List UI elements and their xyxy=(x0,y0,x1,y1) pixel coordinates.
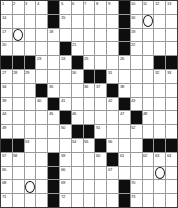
clue-number: 28 xyxy=(13,70,17,74)
cell-r4c15[interactable] xyxy=(166,42,177,55)
cell-r10c11[interactable] xyxy=(119,125,130,138)
cell-r4c5[interactable] xyxy=(48,42,59,55)
clue-number: 15 xyxy=(61,15,65,19)
cell-r8c12[interactable]: 43 xyxy=(131,98,142,111)
clue-number: 51 xyxy=(96,125,100,129)
cell-r12c11[interactable]: 61 xyxy=(119,153,130,166)
cell-r11c5[interactable] xyxy=(48,139,59,152)
clue-number: 47 xyxy=(120,111,124,115)
cell-r4c3[interactable] xyxy=(25,42,36,55)
black-cell-r15c11 xyxy=(119,194,130,207)
cell-r9c8[interactable] xyxy=(84,111,95,124)
cell-r14c4[interactable] xyxy=(36,180,47,193)
clue-number: 59 xyxy=(61,153,65,157)
cell-r15c9[interactable] xyxy=(95,194,106,207)
cell-r3c2[interactable] xyxy=(13,29,24,42)
black-cell-r8c5 xyxy=(48,98,59,111)
clue-number: 33 xyxy=(167,70,171,74)
cell-r6c5[interactable] xyxy=(48,70,59,83)
clue-number: 67 xyxy=(108,167,112,171)
cell-r11c11[interactable] xyxy=(119,139,130,152)
clue-number: 50 xyxy=(61,125,65,129)
cell-r9c9[interactable] xyxy=(95,111,106,124)
clue-number: 2 xyxy=(13,1,15,5)
black-cell-r10c7 xyxy=(72,125,83,138)
clue-number: 39 xyxy=(2,98,6,102)
cell-r1c1[interactable]: 1 xyxy=(1,1,12,14)
cell-r13c2[interactable] xyxy=(13,167,24,180)
cell-r3c5[interactable]: 18 xyxy=(48,29,59,42)
cell-r14c3[interactable] xyxy=(25,180,36,193)
black-cell-r15c5 xyxy=(48,194,59,207)
clue-number: 43 xyxy=(131,98,135,102)
cell-r14c9[interactable] xyxy=(95,180,106,193)
cell-r13c1[interactable]: 65 xyxy=(1,167,12,180)
cell-r1c7[interactable]: 6 xyxy=(72,1,83,14)
black-cell-r6c9 xyxy=(95,70,106,83)
cell-r2c9[interactable] xyxy=(95,15,106,28)
clue-number: 63 xyxy=(155,153,159,157)
cell-r7c3[interactable] xyxy=(25,84,36,97)
cell-r2c12[interactable]: 16 xyxy=(131,15,142,28)
cell-r12c9[interactable]: 60 xyxy=(95,153,106,166)
clue-number: 34 xyxy=(2,84,6,88)
cell-r3c15[interactable] xyxy=(166,29,177,42)
cell-r11c8[interactable]: 55 xyxy=(84,139,95,152)
clue-number: 69 xyxy=(61,180,65,184)
cell-r15c10[interactable] xyxy=(107,194,118,207)
clue-number: 22 xyxy=(131,42,135,46)
clue-number: 1 xyxy=(2,1,4,5)
black-cell-r11c2 xyxy=(13,139,24,152)
clue-number: 20 xyxy=(2,42,6,46)
clue-number: 57 xyxy=(2,153,6,157)
cell-r14c14[interactable] xyxy=(154,180,165,193)
cell-r14c13[interactable] xyxy=(143,180,154,193)
cell-r3c1[interactable]: 17 xyxy=(1,29,12,42)
clue-number: 31 xyxy=(108,70,112,74)
black-cell-r1c11 xyxy=(119,1,130,14)
cell-r7c5[interactable]: 35 xyxy=(48,84,59,97)
cell-r3c9[interactable] xyxy=(95,29,106,42)
cell-r6c11[interactable] xyxy=(119,70,130,83)
cell-r10c2[interactable] xyxy=(13,125,24,138)
cell-r4c13[interactable] xyxy=(143,42,154,55)
cell-r4c10[interactable] xyxy=(107,42,118,55)
circle-marker xyxy=(143,15,153,27)
clue-number: 32 xyxy=(155,70,159,74)
cell-r7c6[interactable] xyxy=(60,84,71,97)
cell-r15c13[interactable] xyxy=(143,194,154,207)
cell-r4c4[interactable] xyxy=(36,42,47,55)
clue-number: 58 xyxy=(13,153,17,157)
clue-number: 46 xyxy=(72,111,76,115)
clue-number: 48 xyxy=(143,111,147,115)
cell-r11c12[interactable] xyxy=(131,139,142,152)
cell-r6c3[interactable]: 29 xyxy=(25,70,36,83)
black-cell-r12c5 xyxy=(48,153,59,166)
cell-r2c3[interactable] xyxy=(25,15,36,28)
cell-r15c3[interactable] xyxy=(25,194,36,207)
cell-r13c10[interactable]: 67 xyxy=(107,167,118,180)
black-cell-r11c9 xyxy=(95,139,106,152)
cell-r15c12[interactable]: 73 xyxy=(131,194,142,207)
cell-r4c14[interactable] xyxy=(154,42,165,55)
clue-number: 37 xyxy=(96,84,100,88)
cell-r1c13[interactable]: 11 xyxy=(143,1,154,14)
cell-r5c8[interactable]: 25 xyxy=(84,56,95,69)
clue-number: 19 xyxy=(131,29,135,33)
cell-r6c14[interactable]: 32 xyxy=(154,70,165,83)
black-cell-r9c12 xyxy=(131,111,142,124)
cell-r2c2[interactable] xyxy=(13,15,24,28)
cell-r15c14[interactable] xyxy=(154,194,165,207)
black-cell-r5c7 xyxy=(72,56,83,69)
cell-r8c1[interactable]: 39 xyxy=(1,98,12,111)
cell-r9c4[interactable] xyxy=(36,111,47,124)
cell-r10c6[interactable]: 50 xyxy=(60,125,71,138)
clue-number: 38 xyxy=(120,84,124,88)
cell-r12c8[interactable] xyxy=(84,153,95,166)
cell-r9c2[interactable] xyxy=(13,111,24,124)
cell-r13c15[interactable] xyxy=(166,167,177,180)
circle-marker xyxy=(155,167,165,179)
cell-r2c7[interactable] xyxy=(72,15,83,28)
cell-r9c1[interactable]: 44 xyxy=(1,111,12,124)
cell-r5c4[interactable]: 23 xyxy=(36,56,47,69)
clue-number: 53 xyxy=(25,139,29,143)
cell-r2c10[interactable] xyxy=(107,15,118,28)
cell-r4c7[interactable]: 21 xyxy=(72,42,83,55)
clue-number: 10 xyxy=(131,1,135,5)
cell-r2c8[interactable] xyxy=(84,15,95,28)
cell-r3c10[interactable] xyxy=(107,29,118,42)
cell-r1c2[interactable]: 2 xyxy=(13,1,24,14)
crossword-puzzle: 1234567891011121314151617181920212223242… xyxy=(0,0,178,208)
cell-r12c2[interactable]: 58 xyxy=(13,153,24,166)
clue-number: 35 xyxy=(49,84,53,88)
cell-r13c6[interactable]: 66 xyxy=(60,167,71,180)
cell-r4c9[interactable] xyxy=(95,42,106,55)
cell-r2c15[interactable] xyxy=(166,15,177,28)
cell-r5c11[interactable]: 26 xyxy=(119,56,130,69)
clue-number: 29 xyxy=(25,70,29,74)
cell-r7c15[interactable] xyxy=(166,84,177,97)
cell-r6c15[interactable]: 33 xyxy=(166,70,177,83)
cell-r10c13[interactable] xyxy=(143,125,154,138)
cell-r9c10[interactable] xyxy=(107,111,118,124)
cell-r5c5[interactable] xyxy=(48,56,59,69)
cell-r6c4[interactable] xyxy=(36,70,47,83)
cell-r10c1[interactable]: 49 xyxy=(1,125,12,138)
cell-r1c8[interactable]: 7 xyxy=(84,1,95,14)
cell-r15c1[interactable]: 71 xyxy=(1,194,12,207)
cell-r7c2[interactable] xyxy=(13,84,24,97)
cell-r2c4[interactable] xyxy=(36,15,47,28)
cell-r7c7[interactable] xyxy=(72,84,83,97)
clue-number: 3 xyxy=(25,1,27,5)
clue-number: 52 xyxy=(131,125,135,129)
clue-number: 7 xyxy=(84,1,86,5)
clue-number: 66 xyxy=(61,167,65,171)
clue-number: 68 xyxy=(2,180,6,184)
clue-number: 11 xyxy=(143,1,147,5)
cell-r13c14[interactable] xyxy=(154,167,165,180)
cell-r14c12[interactable]: 70 xyxy=(131,180,142,193)
cell-r15c2[interactable] xyxy=(13,194,24,207)
clue-number: 36 xyxy=(84,84,88,88)
black-cell-r4c11 xyxy=(119,42,130,55)
clue-number: 70 xyxy=(131,180,135,184)
black-cell-r1c5 xyxy=(48,1,59,14)
cell-r14c2[interactable] xyxy=(13,180,24,193)
cell-r12c1[interactable]: 57 xyxy=(1,153,12,166)
cell-r1c6[interactable]: 5 xyxy=(60,1,71,14)
clue-number: 55 xyxy=(84,139,88,143)
cell-r1c14[interactable]: 12 xyxy=(154,1,165,14)
cell-r6c2[interactable]: 28 xyxy=(13,70,24,83)
cell-r1c15[interactable]: 13 xyxy=(166,1,177,14)
cell-r13c13[interactable] xyxy=(143,167,154,180)
cell-r12c13[interactable]: 62 xyxy=(143,153,154,166)
clue-number: 26 xyxy=(120,56,124,60)
cell-r15c8[interactable] xyxy=(84,194,95,207)
clue-number: 17 xyxy=(2,29,6,33)
cell-r15c6[interactable]: 72 xyxy=(60,194,71,207)
cell-r5c6[interactable]: 24 xyxy=(60,56,71,69)
clue-number: 9 xyxy=(108,1,110,5)
cell-r14c10[interactable] xyxy=(107,180,118,193)
clue-number: 24 xyxy=(61,56,65,60)
clue-number: 54 xyxy=(72,139,76,143)
cell-r12c4[interactable] xyxy=(36,153,47,166)
cell-r10c3[interactable] xyxy=(25,125,36,138)
clue-number: 23 xyxy=(37,56,41,60)
cell-r14c8[interactable] xyxy=(84,180,95,193)
cell-r10c9[interactable]: 51 xyxy=(95,125,106,138)
clue-number: 12 xyxy=(155,1,159,5)
clue-number: 27 xyxy=(2,70,6,74)
cell-r5c10[interactable] xyxy=(107,56,118,69)
cell-r5c13[interactable] xyxy=(143,56,154,69)
cell-r10c12[interactable]: 52 xyxy=(131,125,142,138)
cell-r14c1[interactable]: 68 xyxy=(1,180,12,193)
clue-number: 14 xyxy=(2,15,6,19)
cell-r6c12[interactable] xyxy=(131,70,142,83)
cell-r11c7[interactable]: 54 xyxy=(72,139,83,152)
cell-r7c1[interactable]: 34 xyxy=(1,84,12,97)
cell-r12c6[interactable]: 59 xyxy=(60,153,71,166)
cell-r2c13[interactable] xyxy=(143,15,154,28)
cell-r10c4[interactable] xyxy=(36,125,47,138)
circle-marker xyxy=(25,181,35,193)
black-cell-r2c5 xyxy=(48,15,59,28)
cell-r15c15[interactable] xyxy=(166,194,177,207)
clue-number: 41 xyxy=(61,98,65,102)
cell-r12c3[interactable] xyxy=(25,153,36,166)
clue-number: 60 xyxy=(96,153,100,157)
cell-r7c14[interactable] xyxy=(154,84,165,97)
crossword-grid: 1234567891011121314151617181920212223242… xyxy=(0,0,178,208)
cell-r7c11[interactable]: 38 xyxy=(119,84,130,97)
cell-r12c12[interactable] xyxy=(131,153,142,166)
cell-r8c8[interactable] xyxy=(84,98,95,111)
cell-r3c14[interactable] xyxy=(154,29,165,42)
clue-number: 65 xyxy=(2,167,6,171)
clue-number: 6 xyxy=(72,1,74,5)
cell-r14c15[interactable] xyxy=(166,180,177,193)
cell-r4c12[interactable]: 22 xyxy=(131,42,142,55)
cell-r2c1[interactable]: 14 xyxy=(1,15,12,28)
cell-r3c7[interactable] xyxy=(72,29,83,42)
cell-r9c11[interactable]: 47 xyxy=(119,111,130,124)
cell-r8c3[interactable] xyxy=(25,98,36,111)
cell-r2c14[interactable] xyxy=(154,15,165,28)
cell-r6c10[interactable]: 31 xyxy=(107,70,118,83)
cell-r12c15[interactable]: 64 xyxy=(166,153,177,166)
cell-r13c8[interactable] xyxy=(84,167,95,180)
cell-r11c3[interactable]: 53 xyxy=(25,139,36,152)
cell-r2c6[interactable]: 15 xyxy=(60,15,71,28)
cell-r13c11[interactable] xyxy=(119,167,130,180)
cell-r4c8[interactable] xyxy=(84,42,95,55)
cell-r13c4[interactable] xyxy=(36,167,47,180)
black-cell-r7c4 xyxy=(36,84,47,97)
cell-r3c3[interactable] xyxy=(25,29,36,42)
cell-r3c6[interactable] xyxy=(60,29,71,42)
clue-number: 8 xyxy=(96,1,98,5)
cell-r8c10[interactable]: 42 xyxy=(107,98,118,111)
cell-r10c14[interactable] xyxy=(154,125,165,138)
cell-r8c4[interactable]: 40 xyxy=(36,98,47,111)
clue-number: 62 xyxy=(143,153,147,157)
cell-r13c12[interactable] xyxy=(131,167,142,180)
black-cell-r10c8 xyxy=(84,125,95,138)
cell-r5c12[interactable] xyxy=(131,56,142,69)
cell-r1c9[interactable]: 8 xyxy=(95,1,106,14)
cell-r3c8[interactable] xyxy=(84,29,95,42)
cell-r3c4[interactable] xyxy=(36,29,47,42)
cell-r10c10[interactable] xyxy=(107,125,118,138)
cell-r6c13[interactable] xyxy=(143,70,154,83)
cell-r13c9[interactable] xyxy=(95,167,106,180)
black-cell-r4c6 xyxy=(60,42,71,55)
black-cell-r6c8 xyxy=(84,70,95,83)
cell-r3c12[interactable]: 19 xyxy=(131,29,142,42)
cell-r4c1[interactable]: 20 xyxy=(1,42,12,55)
clue-number: 71 xyxy=(2,194,6,198)
black-cell-r11c14 xyxy=(154,139,165,152)
clue-number: 73 xyxy=(131,194,135,198)
cell-r9c7[interactable]: 46 xyxy=(72,111,83,124)
black-cell-r9c6 xyxy=(60,111,71,124)
black-cell-r2c11 xyxy=(119,15,130,28)
black-cell-r14c11 xyxy=(119,180,130,193)
black-cell-r5c14 xyxy=(154,56,165,69)
cell-r12c14[interactable]: 63 xyxy=(154,153,165,166)
cell-r9c3[interactable] xyxy=(25,111,36,124)
cell-r9c13[interactable]: 48 xyxy=(143,111,154,124)
clue-number: 42 xyxy=(108,98,112,102)
black-cell-r5c1 xyxy=(1,56,12,69)
cell-r8c14[interactable] xyxy=(154,98,165,111)
cell-r8c7[interactable] xyxy=(72,98,83,111)
cell-r11c6[interactable] xyxy=(60,139,71,152)
cell-r9c14[interactable] xyxy=(154,111,165,124)
cell-r3c13[interactable] xyxy=(143,29,154,42)
cell-r1c3[interactable]: 3 xyxy=(25,1,36,14)
cell-r15c4[interactable] xyxy=(36,194,47,207)
cell-r6c6[interactable] xyxy=(60,70,71,83)
cell-r8c2[interactable] xyxy=(13,98,24,111)
circle-marker xyxy=(13,29,23,41)
cell-r11c4[interactable] xyxy=(36,139,47,152)
clue-number: 4 xyxy=(37,1,39,5)
clue-number: 18 xyxy=(49,29,53,33)
cell-r7c13[interactable] xyxy=(143,84,154,97)
black-cell-r8c11 xyxy=(119,98,130,111)
cell-r8c9[interactable] xyxy=(95,98,106,111)
cell-r1c4[interactable]: 4 xyxy=(36,1,47,14)
clue-number: 5 xyxy=(61,1,63,5)
black-cell-r11c15 xyxy=(166,139,177,152)
clue-number: 44 xyxy=(2,111,6,115)
cell-r11c10[interactable]: 56 xyxy=(107,139,118,152)
cell-r8c6[interactable]: 41 xyxy=(60,98,71,111)
cell-r6c7[interactable]: 30 xyxy=(72,70,83,83)
clue-number: 25 xyxy=(84,56,88,60)
cell-r1c12[interactable]: 10 xyxy=(131,1,142,14)
black-cell-r11c13 xyxy=(143,139,154,152)
clue-number: 61 xyxy=(120,153,124,157)
cell-r10c5[interactable] xyxy=(48,125,59,138)
black-cell-r11c1 xyxy=(1,139,12,152)
clue-number: 21 xyxy=(72,42,76,46)
clue-number: 45 xyxy=(49,111,53,115)
black-cell-r12c10 xyxy=(107,153,118,166)
black-cell-r14c5 xyxy=(48,180,59,193)
cell-r13c7[interactable] xyxy=(72,167,83,180)
cell-r13c3[interactable] xyxy=(25,167,36,180)
cell-r9c5[interactable]: 45 xyxy=(48,111,59,124)
cell-r6c1[interactable]: 27 xyxy=(1,70,12,83)
black-cell-r5c15 xyxy=(166,56,177,69)
black-cell-r3c11 xyxy=(119,29,130,42)
clue-number: 72 xyxy=(61,194,65,198)
cell-r8c15[interactable] xyxy=(166,98,177,111)
clue-number: 40 xyxy=(37,98,41,102)
cell-r4c2[interactable] xyxy=(13,42,24,55)
cell-r9c15[interactable] xyxy=(166,111,177,124)
cell-r5c9[interactable] xyxy=(95,56,106,69)
cell-r15c7[interactable] xyxy=(72,194,83,207)
cell-r14c6[interactable]: 69 xyxy=(60,180,71,193)
clue-number: 13 xyxy=(167,1,171,5)
cell-r14c7[interactable] xyxy=(72,180,83,193)
cell-r7c9[interactable]: 37 xyxy=(95,84,106,97)
clue-number: 16 xyxy=(131,15,135,19)
cell-r1c10[interactable]: 9 xyxy=(107,1,118,14)
black-cell-r7c10 xyxy=(107,84,118,97)
cell-r7c12[interactable] xyxy=(131,84,142,97)
cell-r12c7[interactable] xyxy=(72,153,83,166)
cell-r10c15[interactable] xyxy=(166,125,177,138)
cell-r8c13[interactable] xyxy=(143,98,154,111)
cell-r7c8[interactable]: 36 xyxy=(84,84,95,97)
clue-number: 30 xyxy=(72,70,76,74)
clue-number: 64 xyxy=(167,153,171,157)
black-cell-r13c5 xyxy=(48,167,59,180)
